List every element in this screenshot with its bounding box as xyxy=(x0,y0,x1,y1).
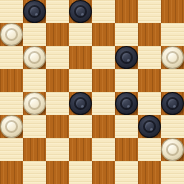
square-a8 xyxy=(0,0,23,23)
black-man-piece[interactable] xyxy=(69,92,92,115)
square-e8 xyxy=(92,0,115,23)
square-a7[interactable] xyxy=(0,23,23,46)
white-man-piece[interactable] xyxy=(23,46,46,69)
white-man-piece[interactable] xyxy=(23,92,46,115)
square-h2[interactable] xyxy=(161,138,184,161)
square-f2[interactable] xyxy=(115,138,138,161)
black-man-piece[interactable] xyxy=(69,0,92,23)
square-d8[interactable] xyxy=(69,0,92,23)
square-g7[interactable] xyxy=(138,23,161,46)
square-d2[interactable] xyxy=(69,138,92,161)
square-a5[interactable] xyxy=(0,69,23,92)
square-c5[interactable] xyxy=(46,69,69,92)
square-b5 xyxy=(23,69,46,92)
square-f3 xyxy=(115,115,138,138)
square-b6[interactable] xyxy=(23,46,46,69)
square-h5 xyxy=(161,69,184,92)
square-g2 xyxy=(138,138,161,161)
square-c2 xyxy=(46,138,69,161)
square-g8 xyxy=(138,0,161,23)
black-man-piece[interactable] xyxy=(138,115,161,138)
white-man-piece[interactable] xyxy=(0,115,23,138)
square-g4 xyxy=(138,92,161,115)
square-e4 xyxy=(92,92,115,115)
square-c4 xyxy=(46,92,69,115)
square-g6 xyxy=(138,46,161,69)
square-c8 xyxy=(46,0,69,23)
checkers-app xyxy=(0,0,184,184)
square-b4[interactable] xyxy=(23,92,46,115)
square-h7 xyxy=(161,23,184,46)
square-b1 xyxy=(23,161,46,184)
square-h3 xyxy=(161,115,184,138)
square-d1 xyxy=(69,161,92,184)
white-man-piece[interactable] xyxy=(161,46,184,69)
square-c7[interactable] xyxy=(46,23,69,46)
square-a4 xyxy=(0,92,23,115)
square-a6 xyxy=(0,46,23,69)
square-e1[interactable] xyxy=(92,161,115,184)
square-e6 xyxy=(92,46,115,69)
square-e2 xyxy=(92,138,115,161)
square-f4[interactable] xyxy=(115,92,138,115)
square-b7 xyxy=(23,23,46,46)
black-man-piece[interactable] xyxy=(161,92,184,115)
square-f8[interactable] xyxy=(115,0,138,23)
square-d4[interactable] xyxy=(69,92,92,115)
black-man-piece[interactable] xyxy=(115,46,138,69)
white-man-piece[interactable] xyxy=(161,138,184,161)
square-d6[interactable] xyxy=(69,46,92,69)
black-man-piece[interactable] xyxy=(115,92,138,115)
square-g3[interactable] xyxy=(138,115,161,138)
square-e5[interactable] xyxy=(92,69,115,92)
square-c1[interactable] xyxy=(46,161,69,184)
square-f5 xyxy=(115,69,138,92)
square-d3 xyxy=(69,115,92,138)
square-b8[interactable] xyxy=(23,0,46,23)
square-a1[interactable] xyxy=(0,161,23,184)
square-c6 xyxy=(46,46,69,69)
square-c3[interactable] xyxy=(46,115,69,138)
square-f6[interactable] xyxy=(115,46,138,69)
square-h6[interactable] xyxy=(161,46,184,69)
square-g1[interactable] xyxy=(138,161,161,184)
white-man-piece[interactable] xyxy=(0,23,23,46)
square-g5[interactable] xyxy=(138,69,161,92)
square-d5 xyxy=(69,69,92,92)
black-man-piece[interactable] xyxy=(23,0,46,23)
square-f7 xyxy=(115,23,138,46)
square-f1 xyxy=(115,161,138,184)
square-d7 xyxy=(69,23,92,46)
square-h8[interactable] xyxy=(161,0,184,23)
square-b3 xyxy=(23,115,46,138)
square-h4[interactable] xyxy=(161,92,184,115)
square-a2 xyxy=(0,138,23,161)
checkers-board xyxy=(0,0,184,184)
square-e3[interactable] xyxy=(92,115,115,138)
square-b2[interactable] xyxy=(23,138,46,161)
square-a3[interactable] xyxy=(0,115,23,138)
square-e7[interactable] xyxy=(92,23,115,46)
square-h1 xyxy=(161,161,184,184)
